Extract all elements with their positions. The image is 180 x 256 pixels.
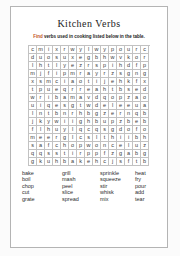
grid-cell: s bbox=[53, 54, 61, 62]
grid-cell: g bbox=[77, 118, 85, 126]
word-list-item: grate bbox=[22, 196, 62, 202]
grid-cell: p bbox=[85, 150, 93, 158]
grid-cell: z bbox=[109, 70, 117, 78]
grid-cell: p bbox=[101, 62, 109, 70]
grid-cell: d bbox=[117, 126, 125, 134]
grid-cell: g bbox=[61, 134, 69, 142]
grid-cell: h bbox=[117, 78, 125, 86]
grid-cell: s bbox=[45, 150, 53, 158]
grid-cell: b bbox=[93, 118, 101, 126]
grid-cell: w bbox=[69, 46, 77, 54]
grid-cell: i bbox=[125, 134, 133, 142]
grid-cell: l bbox=[69, 126, 77, 134]
grid-cell: i bbox=[117, 134, 125, 142]
grid-cell: m bbox=[37, 46, 45, 54]
grid-cell: x bbox=[69, 54, 77, 62]
grid-cell: r bbox=[37, 94, 45, 102]
grid-cell: j bbox=[37, 70, 45, 78]
word-column: sprinklesqueezestirwhiskmix bbox=[100, 170, 135, 202]
grid-cell: l bbox=[29, 110, 37, 118]
grid-cell: k bbox=[125, 54, 133, 62]
grid-cell: d bbox=[141, 86, 149, 94]
grid-cell: j bbox=[101, 78, 109, 86]
grid-cell: e bbox=[53, 86, 61, 94]
grid-cell: h bbox=[117, 62, 125, 70]
grid-cell: e bbox=[133, 118, 141, 126]
grid-cell: w bbox=[29, 94, 37, 102]
grid-cell: o bbox=[117, 46, 125, 54]
grid-cell: g bbox=[141, 150, 149, 158]
grid-cell: u bbox=[61, 54, 69, 62]
grid-cell: b bbox=[141, 110, 149, 118]
grid-cell: q bbox=[77, 126, 85, 134]
grid-cell: e bbox=[109, 110, 117, 118]
grid-cell: w bbox=[85, 102, 93, 110]
word-list: bakeboilchopcutgrategrillmashpeelslicesp… bbox=[22, 170, 167, 202]
grid-cell: t bbox=[109, 86, 117, 94]
grid-cell: b bbox=[117, 86, 125, 94]
grid-cell: u bbox=[37, 54, 45, 62]
grid-cell: s bbox=[117, 158, 125, 166]
grid-cell: k bbox=[37, 158, 45, 166]
grid-cell: s bbox=[29, 142, 37, 150]
grid-cell: z bbox=[101, 110, 109, 118]
grid-cell: m bbox=[45, 78, 53, 86]
grid-cell: d bbox=[125, 62, 133, 70]
grid-cell: i bbox=[37, 102, 45, 110]
grid-cell: j bbox=[29, 118, 37, 126]
grid-cell: e bbox=[85, 158, 93, 166]
grid-cell: l bbox=[93, 134, 101, 142]
grid-cell: i bbox=[61, 118, 69, 126]
grid-cell: e bbox=[101, 102, 109, 110]
grid-cell: x bbox=[53, 46, 61, 54]
grid-cell: e bbox=[109, 78, 117, 86]
grid-cell: i bbox=[61, 78, 69, 86]
grid-cell: b bbox=[141, 158, 149, 166]
grid-cell: y bbox=[77, 46, 85, 54]
grid-cell: m bbox=[29, 134, 37, 142]
grid-cell: c bbox=[29, 46, 37, 54]
grid-cell: y bbox=[93, 70, 101, 78]
word-search-grid: cmixrwylwypourcduosuxegbhwvkorlhtlyezrsp… bbox=[28, 45, 150, 166]
grid-cell: u bbox=[133, 102, 141, 110]
grid-cell: z bbox=[77, 62, 85, 70]
grid-cell: v bbox=[85, 94, 93, 102]
grid-cell: o bbox=[69, 142, 77, 150]
grid-cell: p bbox=[93, 150, 101, 158]
grid-cell: t bbox=[133, 158, 141, 166]
grid-cell: b bbox=[125, 118, 133, 126]
grid-cell: p bbox=[109, 118, 117, 126]
grid-cell: o bbox=[93, 142, 101, 150]
instructions-highlight: Find bbox=[33, 34, 43, 39]
grid-cell: y bbox=[101, 46, 109, 54]
grid-cell: b bbox=[85, 110, 93, 118]
grid-cell: w bbox=[53, 118, 61, 126]
grid-cell: b bbox=[133, 134, 141, 142]
grid-cell: e bbox=[125, 102, 133, 110]
grid-cell: r bbox=[117, 110, 125, 118]
grid-cell: h bbox=[45, 126, 53, 134]
grid-cell: p bbox=[141, 62, 149, 70]
grid-cell: l bbox=[85, 46, 93, 54]
grid-cell: o bbox=[141, 94, 149, 102]
grid-cell: p bbox=[77, 142, 85, 150]
grid-cell: m bbox=[69, 94, 77, 102]
grid-cell: w bbox=[109, 54, 117, 62]
grid-cell: z bbox=[109, 150, 117, 158]
grid-cell: f bbox=[29, 126, 37, 134]
grid-cell: p bbox=[117, 94, 125, 102]
grid-cell: o bbox=[133, 54, 141, 62]
grid-cell: d bbox=[93, 94, 101, 102]
grid-cell: l bbox=[109, 102, 117, 110]
grid-cell: i bbox=[45, 94, 53, 102]
grid-cell: i bbox=[45, 46, 53, 54]
grid-cell: y bbox=[61, 62, 69, 70]
grid-cell: q bbox=[101, 94, 109, 102]
grid-cell: t bbox=[77, 102, 85, 110]
grid-cell: c bbox=[85, 126, 93, 134]
grid-cell: b bbox=[61, 158, 69, 166]
grid-cell: b bbox=[53, 110, 61, 118]
grid-cell: u bbox=[29, 102, 37, 110]
grid-cell: p bbox=[109, 46, 117, 54]
grid-cell: l bbox=[69, 134, 77, 142]
worksheet-page: Kitchen Verbs Find verbs used in cooking… bbox=[10, 6, 168, 248]
grid-cell: h bbox=[37, 62, 45, 70]
grid-cell: a bbox=[37, 142, 45, 150]
grid-cell: m bbox=[29, 70, 37, 78]
grid-cell: b bbox=[141, 118, 149, 126]
grid-cell: o bbox=[141, 126, 149, 134]
grid-cell: q bbox=[61, 86, 69, 94]
grid-cell: i bbox=[69, 118, 77, 126]
grid-cell: g bbox=[125, 70, 133, 78]
grid-cell: c bbox=[77, 134, 85, 142]
grid-cell: c bbox=[53, 78, 61, 86]
grid-cell: a bbox=[133, 94, 141, 102]
grid-cell: g bbox=[29, 158, 37, 166]
grid-cell: r bbox=[77, 86, 85, 94]
grid-cell: e bbox=[133, 86, 141, 94]
grid-cell: r bbox=[53, 134, 61, 142]
grid-cell: t bbox=[101, 134, 109, 142]
word-column: bakeboilchopcutgrate bbox=[22, 170, 62, 202]
grid-cell: s bbox=[101, 126, 109, 134]
grid-cell: u bbox=[53, 126, 61, 134]
grid-cell: h bbox=[61, 142, 69, 150]
grid-cell: i bbox=[69, 150, 77, 158]
grid-cell: q bbox=[29, 150, 37, 158]
grid-cell: k bbox=[37, 118, 45, 126]
grid-cell: e bbox=[77, 54, 85, 62]
grid-cell: y bbox=[61, 126, 69, 134]
grid-cell: o bbox=[45, 54, 53, 62]
grid-cell: s bbox=[61, 102, 69, 110]
grid-cell: f bbox=[125, 158, 133, 166]
grid-cell: c bbox=[141, 46, 149, 54]
grid-cell: h bbox=[141, 134, 149, 142]
grid-cell: u bbox=[101, 118, 109, 126]
grid-cell: x bbox=[141, 78, 149, 86]
grid-cell: g bbox=[117, 150, 125, 158]
grid-cell: u bbox=[45, 86, 53, 94]
grid-cell: c bbox=[109, 142, 117, 150]
grid-cell: s bbox=[37, 78, 45, 86]
grid-cell: v bbox=[117, 54, 125, 62]
grid-cell: d bbox=[93, 102, 101, 110]
grid-cell: e bbox=[53, 102, 61, 110]
grid-cell: h bbox=[77, 110, 85, 118]
grid-cell: e bbox=[37, 134, 45, 142]
grid-cell: b bbox=[93, 54, 101, 62]
grid-cell: a bbox=[125, 150, 133, 158]
grid-cell: l bbox=[125, 142, 133, 150]
instructions: Find verbs used in cooking listed below … bbox=[11, 34, 167, 39]
grid-cell: s bbox=[125, 86, 133, 94]
grid-cell: e bbox=[45, 134, 53, 142]
grid-cell: l bbox=[37, 126, 45, 134]
grid-cell: o bbox=[77, 78, 85, 86]
grid-cell: q bbox=[93, 126, 101, 134]
grid-cell: n bbox=[125, 110, 133, 118]
grid-cell: a bbox=[77, 94, 85, 102]
grid-cell: i bbox=[93, 78, 101, 86]
grid-cell: g bbox=[109, 126, 117, 134]
grid-cell: r bbox=[133, 46, 141, 54]
grid-cell: r bbox=[141, 54, 149, 62]
grid-cell: a bbox=[93, 86, 101, 94]
grid-cell: a bbox=[69, 158, 77, 166]
grid-cell: g bbox=[93, 110, 101, 118]
grid-cell: r bbox=[77, 150, 85, 158]
grid-cell: q bbox=[45, 102, 53, 110]
grid-cell: l bbox=[29, 62, 37, 70]
grid-cell: f bbox=[133, 126, 141, 134]
grid-cell: r bbox=[69, 86, 77, 94]
grid-cell: r bbox=[77, 70, 85, 78]
grid-cell: p bbox=[37, 86, 45, 94]
grid-cell: r bbox=[69, 110, 77, 118]
grid-cell: y bbox=[45, 118, 53, 126]
grid-cell: o bbox=[109, 94, 117, 102]
grid-cell: m bbox=[69, 70, 77, 78]
grid-cell: f bbox=[133, 62, 141, 70]
grid-cell: a bbox=[85, 70, 93, 78]
grid-cell: c bbox=[101, 158, 109, 166]
worksheet-title: Kitchen Verbs bbox=[11, 18, 167, 29]
grid-cell: o bbox=[125, 126, 133, 134]
grid-cell: s bbox=[117, 70, 125, 78]
grid-cell: s bbox=[93, 62, 101, 70]
grid-cell: n bbox=[37, 110, 45, 118]
grid-cell: g bbox=[85, 54, 93, 62]
grid-cell: g bbox=[141, 70, 149, 78]
grid-cell: t bbox=[61, 150, 69, 158]
grid-cell: b bbox=[53, 94, 61, 102]
grid-cell: r bbox=[85, 62, 93, 70]
word-list-item: mix bbox=[100, 196, 135, 202]
grid-cell: t bbox=[45, 110, 53, 118]
grid-cell: b bbox=[133, 150, 141, 158]
grid-cell: x bbox=[29, 78, 37, 86]
grid-cell: r bbox=[61, 46, 69, 54]
grid-cell: u bbox=[133, 142, 141, 150]
grid-cell: z bbox=[141, 142, 149, 150]
grid-cell: k bbox=[77, 158, 85, 166]
grid-cell: n bbox=[61, 110, 69, 118]
grid-cell: h bbox=[93, 158, 101, 166]
grid-cell: j bbox=[109, 158, 117, 166]
grid-cell: f bbox=[45, 70, 53, 78]
grid-cell: e bbox=[117, 142, 125, 150]
grid-cell: z bbox=[117, 118, 125, 126]
grid-cell: t bbox=[85, 78, 93, 86]
grid-cell: f bbox=[133, 78, 141, 86]
grid-cell: l bbox=[53, 62, 61, 70]
grid-cell: a bbox=[141, 102, 149, 110]
instructions-text: verbs used in cooking listed below in th… bbox=[43, 34, 145, 39]
word-list-item: tear bbox=[135, 196, 167, 202]
grid-cell: e bbox=[117, 102, 125, 110]
grid-cell: a bbox=[69, 78, 77, 86]
grid-cell: i bbox=[109, 62, 117, 70]
grid-cell: w bbox=[85, 142, 93, 150]
grid-cell: e bbox=[85, 86, 93, 94]
word-column: heatfrypouraddtear bbox=[135, 170, 167, 202]
word-list-item: spread bbox=[62, 196, 100, 202]
grid-cell: h bbox=[109, 134, 117, 142]
grid-cell: z bbox=[125, 94, 133, 102]
grid-cell: n bbox=[133, 70, 141, 78]
word-column: grillmashpeelslicespread bbox=[62, 170, 100, 202]
grid-cell: a bbox=[61, 94, 69, 102]
grid-cell: f bbox=[101, 150, 109, 158]
grid-cell: e bbox=[69, 62, 77, 70]
grid-cell: r bbox=[101, 70, 109, 78]
grid-cell: d bbox=[29, 54, 37, 62]
grid-cell: u bbox=[45, 158, 53, 166]
grid-cell: i bbox=[53, 70, 61, 78]
grid-cell: h bbox=[101, 54, 109, 62]
grid-cell: t bbox=[45, 62, 53, 70]
grid-cell: h bbox=[53, 158, 61, 166]
grid-cell: k bbox=[125, 78, 133, 86]
grid-cell: n bbox=[101, 142, 109, 150]
grid-cell: g bbox=[69, 102, 77, 110]
grid-cell: q bbox=[37, 150, 45, 158]
grid-cell: h bbox=[101, 86, 109, 94]
grid-cell: u bbox=[125, 46, 133, 54]
grid-cell: s bbox=[53, 150, 61, 158]
grid-cell: t bbox=[29, 86, 37, 94]
grid-cell: p bbox=[61, 70, 69, 78]
grid-cell: q bbox=[133, 110, 141, 118]
grid-cell: f bbox=[45, 142, 53, 150]
grid-cell: h bbox=[85, 118, 93, 126]
grid-cell: w bbox=[93, 46, 101, 54]
grid-cell: c bbox=[53, 142, 61, 150]
grid-cell: s bbox=[85, 134, 93, 142]
